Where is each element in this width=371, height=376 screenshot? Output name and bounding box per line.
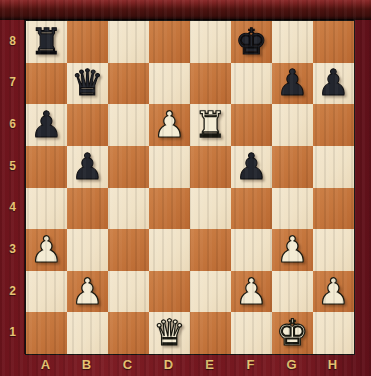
square-h4[interactable] xyxy=(313,188,354,230)
file-label-a: A xyxy=(25,353,66,376)
square-a1[interactable] xyxy=(26,312,67,354)
piece-black-pawn[interactable]: ♟ xyxy=(71,149,103,185)
square-a5[interactable] xyxy=(26,146,67,188)
rank-label-8: 8 xyxy=(0,20,25,62)
rank-labels: 87654321 xyxy=(0,20,25,353)
square-h2[interactable]: ♟ xyxy=(313,271,354,313)
square-e2[interactable] xyxy=(190,271,231,313)
square-g7[interactable]: ♟ xyxy=(272,63,313,105)
square-d2[interactable] xyxy=(149,271,190,313)
square-a7[interactable] xyxy=(26,63,67,105)
square-g1[interactable]: ♚ xyxy=(272,312,313,354)
rank-label-2: 2 xyxy=(0,270,25,312)
square-g3[interactable]: ♟ xyxy=(272,229,313,271)
square-c4[interactable] xyxy=(108,188,149,230)
piece-black-rook[interactable]: ♜ xyxy=(30,24,62,60)
square-c7[interactable] xyxy=(108,63,149,105)
square-b4[interactable] xyxy=(67,188,108,230)
square-g8[interactable] xyxy=(272,21,313,63)
piece-white-pawn[interactable]: ♟ xyxy=(317,274,349,310)
square-e5[interactable] xyxy=(190,146,231,188)
square-g6[interactable] xyxy=(272,104,313,146)
piece-black-queen[interactable]: ♛ xyxy=(71,65,103,101)
square-a4[interactable] xyxy=(26,188,67,230)
piece-white-pawn[interactable]: ♟ xyxy=(153,107,185,143)
piece-white-pawn[interactable]: ♟ xyxy=(71,274,103,310)
piece-black-pawn[interactable]: ♟ xyxy=(276,65,308,101)
square-d5[interactable] xyxy=(149,146,190,188)
square-b1[interactable] xyxy=(67,312,108,354)
square-d8[interactable] xyxy=(149,21,190,63)
square-f6[interactable] xyxy=(231,104,272,146)
square-a2[interactable] xyxy=(26,271,67,313)
square-e6[interactable]: ♜ xyxy=(190,104,231,146)
square-b7[interactable]: ♛ xyxy=(67,63,108,105)
square-g5[interactable] xyxy=(272,146,313,188)
square-a8[interactable]: ♜ xyxy=(26,21,67,63)
square-e3[interactable] xyxy=(190,229,231,271)
square-f1[interactable] xyxy=(231,312,272,354)
square-h3[interactable] xyxy=(313,229,354,271)
square-g2[interactable] xyxy=(272,271,313,313)
square-a6[interactable]: ♟ xyxy=(26,104,67,146)
square-b6[interactable] xyxy=(67,104,108,146)
square-c8[interactable] xyxy=(108,21,149,63)
square-d6[interactable]: ♟ xyxy=(149,104,190,146)
square-f2[interactable]: ♟ xyxy=(231,271,272,313)
rank-label-4: 4 xyxy=(0,187,25,229)
square-f3[interactable] xyxy=(231,229,272,271)
square-h1[interactable] xyxy=(313,312,354,354)
file-label-e: E xyxy=(189,353,230,376)
piece-white-king[interactable]: ♚ xyxy=(276,315,308,351)
square-c2[interactable] xyxy=(108,271,149,313)
piece-black-pawn[interactable]: ♟ xyxy=(30,107,62,143)
file-label-c: C xyxy=(107,353,148,376)
piece-white-pawn[interactable]: ♟ xyxy=(276,232,308,268)
rank-label-6: 6 xyxy=(0,103,25,145)
square-e4[interactable] xyxy=(190,188,231,230)
file-label-h: H xyxy=(312,353,353,376)
piece-black-pawn[interactable]: ♟ xyxy=(317,65,349,101)
square-e8[interactable] xyxy=(190,21,231,63)
piece-white-pawn[interactable]: ♟ xyxy=(235,274,267,310)
board-frame-top xyxy=(0,0,371,20)
chess-board[interactable]: ♜♚♛♟♟♟♟♜♟♟♟♟♟♟♟♛♚ xyxy=(25,20,355,355)
square-d3[interactable] xyxy=(149,229,190,271)
square-b5[interactable]: ♟ xyxy=(67,146,108,188)
square-c5[interactable] xyxy=(108,146,149,188)
rank-label-3: 3 xyxy=(0,228,25,270)
file-label-f: F xyxy=(230,353,271,376)
square-h7[interactable]: ♟ xyxy=(313,63,354,105)
piece-black-king[interactable]: ♚ xyxy=(235,24,267,60)
square-f7[interactable] xyxy=(231,63,272,105)
file-label-d: D xyxy=(148,353,189,376)
file-label-b: B xyxy=(66,353,107,376)
square-c3[interactable] xyxy=(108,229,149,271)
square-b8[interactable] xyxy=(67,21,108,63)
square-f5[interactable]: ♟ xyxy=(231,146,272,188)
square-h6[interactable] xyxy=(313,104,354,146)
square-e1[interactable] xyxy=(190,312,231,354)
piece-white-rook[interactable]: ♜ xyxy=(194,107,226,143)
rank-label-5: 5 xyxy=(0,145,25,187)
piece-white-pawn[interactable]: ♟ xyxy=(30,232,62,268)
piece-white-queen[interactable]: ♛ xyxy=(153,315,185,351)
square-h8[interactable] xyxy=(313,21,354,63)
rank-label-7: 7 xyxy=(0,62,25,104)
chess-board-window: 87654321 ABCDEFGH ♜♚♛♟♟♟♟♜♟♟♟♟♟♟♟♛♚ xyxy=(0,0,371,376)
square-a3[interactable]: ♟ xyxy=(26,229,67,271)
square-f8[interactable]: ♚ xyxy=(231,21,272,63)
square-b2[interactable]: ♟ xyxy=(67,271,108,313)
piece-black-pawn[interactable]: ♟ xyxy=(235,149,267,185)
square-f4[interactable] xyxy=(231,188,272,230)
square-c6[interactable] xyxy=(108,104,149,146)
square-g4[interactable] xyxy=(272,188,313,230)
square-c1[interactable] xyxy=(108,312,149,354)
square-d7[interactable] xyxy=(149,63,190,105)
file-label-g: G xyxy=(271,353,312,376)
square-d4[interactable] xyxy=(149,188,190,230)
square-e7[interactable] xyxy=(190,63,231,105)
square-h5[interactable] xyxy=(313,146,354,188)
square-d1[interactable]: ♛ xyxy=(149,312,190,354)
square-b3[interactable] xyxy=(67,229,108,271)
file-labels: ABCDEFGH xyxy=(25,353,353,376)
rank-label-1: 1 xyxy=(0,311,25,353)
